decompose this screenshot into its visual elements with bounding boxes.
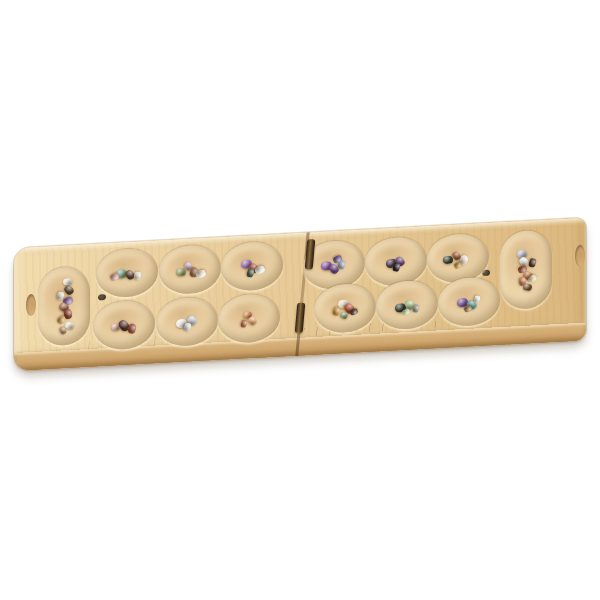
gemstone — [132, 271, 141, 281]
pit-near-2[interactable] — [156, 296, 218, 347]
gemstone — [391, 262, 400, 272]
pit-far-1[interactable] — [96, 247, 158, 298]
gemstone — [527, 258, 536, 268]
pit-far-5[interactable] — [365, 236, 427, 287]
gemstone — [176, 268, 186, 277]
pit-near-5[interactable] — [376, 279, 438, 330]
gemstone — [240, 319, 248, 328]
pit-near-1[interactable] — [93, 299, 155, 350]
gemstone — [453, 261, 463, 270]
pit-near-6[interactable] — [438, 276, 500, 327]
pit-store-right — [500, 229, 552, 310]
pit-near-4[interactable] — [314, 283, 376, 334]
gemstone — [183, 323, 192, 333]
gemstone — [127, 323, 137, 335]
product-photo-scene — [0, 0, 600, 600]
pit-far-2[interactable] — [159, 244, 221, 295]
gemstone — [246, 316, 257, 327]
gemstone — [443, 256, 453, 265]
gemstone — [473, 295, 481, 304]
gemstone — [412, 304, 420, 313]
gemstone — [245, 268, 254, 278]
pit-far-3[interactable] — [221, 241, 283, 292]
mancala-board — [14, 218, 586, 371]
gemstone — [109, 273, 120, 283]
pit-near-3[interactable] — [218, 293, 280, 344]
pit-store-left — [38, 265, 90, 346]
gemstone — [522, 283, 532, 291]
pit-far-6[interactable] — [427, 233, 489, 284]
